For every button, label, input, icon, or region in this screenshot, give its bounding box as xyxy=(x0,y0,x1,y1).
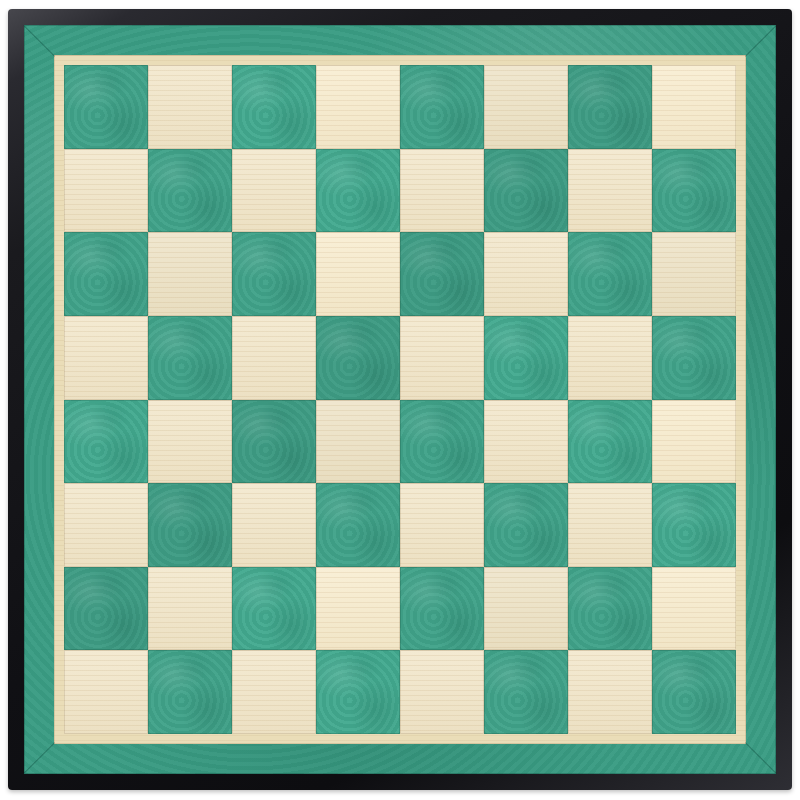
square-b5[interactable] xyxy=(148,316,232,400)
square-h5[interactable] xyxy=(652,316,736,400)
square-a8[interactable] xyxy=(64,65,148,149)
square-f7[interactable] xyxy=(484,149,568,233)
square-b4[interactable] xyxy=(148,400,232,484)
square-d5[interactable] xyxy=(316,316,400,400)
square-a2[interactable] xyxy=(64,567,148,651)
square-c3[interactable] xyxy=(232,483,316,567)
square-c6[interactable] xyxy=(232,232,316,316)
board-frame xyxy=(8,9,792,790)
board-border xyxy=(24,25,776,774)
square-a6[interactable] xyxy=(64,232,148,316)
square-f1[interactable] xyxy=(484,650,568,734)
square-f2[interactable] xyxy=(484,567,568,651)
square-h7[interactable] xyxy=(652,149,736,233)
square-h1[interactable] xyxy=(652,650,736,734)
square-a7[interactable] xyxy=(64,149,148,233)
square-g1[interactable] xyxy=(568,650,652,734)
square-d7[interactable] xyxy=(316,149,400,233)
square-c5[interactable] xyxy=(232,316,316,400)
inner-border-line xyxy=(54,55,746,744)
square-g8[interactable] xyxy=(568,65,652,149)
square-d6[interactable] xyxy=(316,232,400,316)
square-h3[interactable] xyxy=(652,483,736,567)
square-d4[interactable] xyxy=(316,400,400,484)
square-h8[interactable] xyxy=(652,65,736,149)
square-a1[interactable] xyxy=(64,650,148,734)
square-a5[interactable] xyxy=(64,316,148,400)
square-c7[interactable] xyxy=(232,149,316,233)
square-e1[interactable] xyxy=(400,650,484,734)
square-b1[interactable] xyxy=(148,650,232,734)
square-a4[interactable] xyxy=(64,400,148,484)
miter-seam-top-left xyxy=(23,25,55,57)
square-g6[interactable] xyxy=(568,232,652,316)
square-f6[interactable] xyxy=(484,232,568,316)
square-f5[interactable] xyxy=(484,316,568,400)
square-d8[interactable] xyxy=(316,65,400,149)
square-c4[interactable] xyxy=(232,400,316,484)
miter-seam-top-right xyxy=(745,25,777,57)
square-h4[interactable] xyxy=(652,400,736,484)
square-h2[interactable] xyxy=(652,567,736,651)
square-b3[interactable] xyxy=(148,483,232,567)
square-b2[interactable] xyxy=(148,567,232,651)
square-g3[interactable] xyxy=(568,483,652,567)
miter-seam-bottom-left xyxy=(23,742,55,774)
square-e5[interactable] xyxy=(400,316,484,400)
square-g2[interactable] xyxy=(568,567,652,651)
square-c2[interactable] xyxy=(232,567,316,651)
square-d2[interactable] xyxy=(316,567,400,651)
square-g7[interactable] xyxy=(568,149,652,233)
square-c1[interactable] xyxy=(232,650,316,734)
square-e8[interactable] xyxy=(400,65,484,149)
square-e7[interactable] xyxy=(400,149,484,233)
square-g4[interactable] xyxy=(568,400,652,484)
square-b6[interactable] xyxy=(148,232,232,316)
square-e4[interactable] xyxy=(400,400,484,484)
square-b7[interactable] xyxy=(148,149,232,233)
square-f8[interactable] xyxy=(484,65,568,149)
chessboard-playing-area xyxy=(64,65,736,734)
square-e6[interactable] xyxy=(400,232,484,316)
square-a3[interactable] xyxy=(64,483,148,567)
square-f4[interactable] xyxy=(484,400,568,484)
square-b8[interactable] xyxy=(148,65,232,149)
square-c8[interactable] xyxy=(232,65,316,149)
square-h6[interactable] xyxy=(652,232,736,316)
square-g5[interactable] xyxy=(568,316,652,400)
square-f3[interactable] xyxy=(484,483,568,567)
square-d1[interactable] xyxy=(316,650,400,734)
square-d3[interactable] xyxy=(316,483,400,567)
square-e2[interactable] xyxy=(400,567,484,651)
miter-seam-bottom-right xyxy=(745,742,777,774)
board-photo xyxy=(0,0,800,800)
square-e3[interactable] xyxy=(400,483,484,567)
